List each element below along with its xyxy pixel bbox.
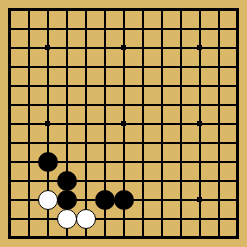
- grid-line-h: [8, 180, 239, 182]
- star-point: [197, 45, 202, 50]
- white-stone: [57, 209, 77, 229]
- star-point: [197, 121, 202, 126]
- star-point: [45, 45, 50, 50]
- star-point: [45, 121, 50, 126]
- grid-line-v: [161, 8, 163, 239]
- black-stone: [57, 171, 77, 191]
- white-stone: [38, 190, 58, 210]
- star-point: [121, 45, 126, 50]
- star-point: [197, 197, 202, 202]
- star-point: [121, 121, 126, 126]
- black-stone: [57, 190, 77, 210]
- go-board[interactable]: [0, 0, 247, 247]
- white-stone: [76, 209, 96, 229]
- grid-line-v: [180, 8, 182, 239]
- go-board-diagram: [0, 0, 247, 247]
- grid-line-v: [142, 8, 144, 239]
- black-stone: [38, 152, 58, 172]
- grid-line-h: [8, 142, 239, 144]
- black-stone: [114, 190, 134, 210]
- grid-line-h: [8, 218, 239, 220]
- grid-line-v: [218, 8, 220, 239]
- black-stone: [95, 190, 115, 210]
